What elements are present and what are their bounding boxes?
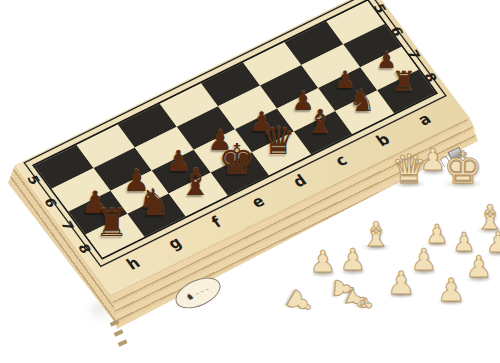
rank-label-6: 6 <box>387 25 407 39</box>
chess-piece-dark-b-c8: ♝ <box>305 105 335 138</box>
file-label-c: c <box>332 151 351 170</box>
chess-piece-dark-r-h8: ♜ <box>95 204 129 242</box>
rank-label-5: 5 <box>370 2 390 16</box>
rank-label-8: 8 <box>420 71 440 85</box>
chess-piece-dark-n-g8: ♞ <box>137 184 170 221</box>
chess-piece-dark-k-e8: ♚ <box>218 139 256 181</box>
finger-joint <box>118 339 128 346</box>
chess-piece-dark-r-a8: ♜ <box>391 68 416 96</box>
chess-piece-dark-b-f8: ♝ <box>179 163 212 200</box>
file-label-h: h <box>123 253 144 273</box>
chess-piece-light-p-15: ♟ <box>280 283 319 321</box>
chess-set-product-photo: hgfedcba 5678 5678 ♞ ~~~ ♜♞♝♚♛♝♞♜♟♟♟♟♟♟♟… <box>0 0 500 363</box>
file-label-a: a <box>414 109 434 129</box>
finger-joint <box>114 329 124 336</box>
file-label-g: g <box>164 233 185 253</box>
file-label-d: d <box>289 171 310 191</box>
chess-piece-light-p-11: ♟ <box>387 267 416 299</box>
stamp-squiggle: ~~~ <box>194 285 211 297</box>
chess-piece-light-p-6: ♟ <box>437 274 466 306</box>
rank-label-7: 7 <box>404 48 424 62</box>
chess-piece-light-p-5: ♟ <box>466 252 493 282</box>
chess-piece-light-q-0: ♛ <box>391 149 427 189</box>
file-label-b: b <box>372 130 393 150</box>
file-label-f: f <box>208 213 225 231</box>
chess-piece-light-b-14: ♝ <box>338 280 382 322</box>
chess-piece-light-p-13: ♟ <box>310 247 337 277</box>
chess-piece-light-k-2: ♚ <box>443 146 482 190</box>
file-label-e: e <box>248 192 268 212</box>
chess-piece-dark-n-b8: ♞ <box>348 87 375 117</box>
chess-piece-light-p-12: ♟ <box>340 245 367 275</box>
chess-piece-dark-q-d8: ♛ <box>262 121 296 159</box>
